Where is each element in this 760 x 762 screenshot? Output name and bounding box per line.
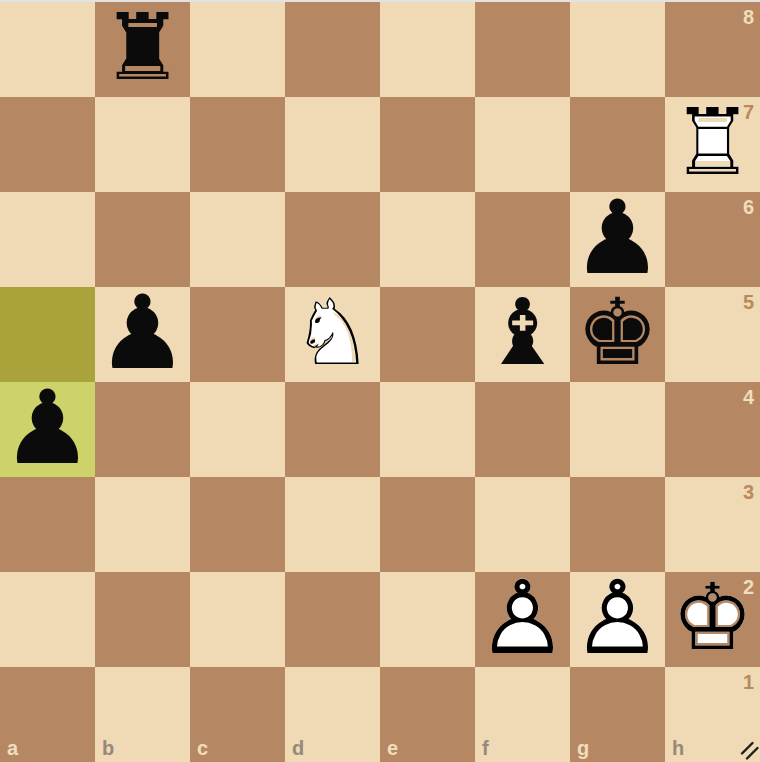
square-f6[interactable] [475,192,570,287]
square-c3[interactable] [190,477,285,572]
square-d7[interactable] [285,97,380,192]
square-f5[interactable]: ♝ [475,287,570,382]
square-c7[interactable] [190,97,285,192]
coord-file-f: f [482,738,489,758]
square-e1[interactable]: e [380,667,475,762]
piece-glyph: ♟ [97,281,188,383]
square-h5[interactable]: 5 [665,287,760,382]
square-d3[interactable] [285,477,380,572]
square-b4[interactable] [95,382,190,477]
coord-file-c: c [197,738,208,758]
square-b3[interactable] [95,477,190,572]
square-g6[interactable]: ♟ [570,192,665,287]
coord-rank-4: 4 [743,387,754,407]
square-e8[interactable] [380,2,475,97]
square-b2[interactable] [95,572,190,667]
square-g8[interactable] [570,2,665,97]
square-d6[interactable] [285,192,380,287]
square-f4[interactable] [475,382,570,477]
square-a6[interactable] [0,192,95,287]
piece-glyph-outline: ♖ [671,97,753,189]
board-resize-handle[interactable] [739,740,759,760]
coord-file-d: d [292,738,304,758]
piece-white-pawn[interactable]: ♟♙ [475,572,570,667]
square-d2[interactable] [285,572,380,667]
square-g4[interactable] [570,382,665,477]
square-c4[interactable] [190,382,285,477]
piece-black-pawn[interactable]: ♟ [0,382,95,477]
piece-glyph-outline: ♔ [671,572,753,664]
piece-glyph-outline: ♙ [477,566,568,668]
square-b1[interactable]: b [95,667,190,762]
piece-black-pawn[interactable]: ♟ [95,287,190,382]
square-c6[interactable] [190,192,285,287]
coord-file-a: a [7,738,18,758]
square-d4[interactable] [285,382,380,477]
square-h2[interactable]: 2♚♔ [665,572,760,667]
square-h4[interactable]: 4 [665,382,760,477]
square-c5[interactable] [190,287,285,382]
square-b7[interactable] [95,97,190,192]
piece-glyph: ♟ [572,186,663,288]
chess-board: ♜87♜♖♟6♟♞♘♝♚5♟43♟♙♟♙2♚♔abcdefg1h [0,2,760,762]
piece-white-pawn[interactable]: ♟♙ [570,572,665,667]
square-c1[interactable]: c [190,667,285,762]
coord-file-g: g [577,738,589,758]
piece-glyph-outline: ♙ [572,566,663,668]
piece-glyph: ♚ [576,287,658,379]
square-e3[interactable] [380,477,475,572]
piece-white-rook[interactable]: ♜♖ [665,97,760,192]
square-d8[interactable] [285,2,380,97]
piece-black-bishop[interactable]: ♝ [475,287,570,382]
coord-rank-3: 3 [743,482,754,502]
piece-black-rook[interactable]: ♜ [95,2,190,97]
square-f1[interactable]: f [475,667,570,762]
square-h7[interactable]: 7♜♖ [665,97,760,192]
square-a7[interactable] [0,97,95,192]
square-e5[interactable] [380,287,475,382]
square-e2[interactable] [380,572,475,667]
coord-rank-8: 8 [743,7,754,27]
square-f8[interactable] [475,2,570,97]
square-e7[interactable] [380,97,475,192]
coord-file-b: b [102,738,114,758]
square-c2[interactable] [190,572,285,667]
square-d5[interactable]: ♞♘ [285,287,380,382]
square-c8[interactable] [190,2,285,97]
piece-glyph: ♟ [2,376,93,478]
square-e4[interactable] [380,382,475,477]
coord-rank-6: 6 [743,197,754,217]
square-g2[interactable]: ♟♙ [570,572,665,667]
coord-rank-5: 5 [743,292,754,312]
square-a8[interactable] [0,2,95,97]
square-a2[interactable] [0,572,95,667]
square-h3[interactable]: 3 [665,477,760,572]
piece-glyph: ♝ [481,287,563,379]
square-a1[interactable]: a [0,667,95,762]
square-g5[interactable]: ♚ [570,287,665,382]
coord-rank-1: 1 [743,672,754,692]
square-d1[interactable]: d [285,667,380,762]
square-g1[interactable]: g [570,667,665,762]
square-b8[interactable]: ♜ [95,2,190,97]
piece-black-pawn[interactable]: ♟ [570,192,665,287]
square-a3[interactable] [0,477,95,572]
square-f2[interactable]: ♟♙ [475,572,570,667]
square-f7[interactable] [475,97,570,192]
piece-black-king[interactable]: ♚ [570,287,665,382]
square-e6[interactable] [380,192,475,287]
piece-white-king[interactable]: ♚♔ [665,572,760,667]
piece-white-knight[interactable]: ♞♘ [285,287,380,382]
piece-glyph-outline: ♘ [291,287,373,379]
coord-file-e: e [387,738,398,758]
piece-glyph: ♜ [101,2,183,94]
square-b5[interactable]: ♟ [95,287,190,382]
resize-line-long [742,743,753,754]
coord-file-h: h [672,738,684,758]
square-h8[interactable]: 8 [665,2,760,97]
square-h6[interactable]: 6 [665,192,760,287]
resize-line-short [747,748,758,759]
square-a4[interactable]: ♟ [0,382,95,477]
